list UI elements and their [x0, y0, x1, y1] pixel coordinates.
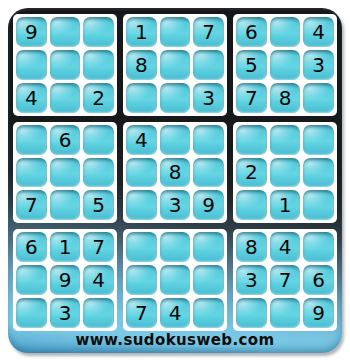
box-6: 21 [233, 122, 337, 224]
cell-r4c1[interactable] [16, 125, 47, 155]
cell-r6c5[interactable]: 3 [160, 190, 191, 220]
box-3: 645378 [233, 14, 337, 116]
cell-r4c5[interactable] [160, 125, 191, 155]
cell-r1c5[interactable] [160, 17, 191, 47]
cell-r3c8[interactable]: 8 [270, 83, 301, 113]
cell-r6c2[interactable] [50, 190, 81, 220]
cell-r8c7[interactable]: 3 [236, 265, 267, 295]
cell-r2c5[interactable] [160, 50, 191, 80]
cell-r2c8[interactable] [270, 50, 301, 80]
cell-r5c7[interactable]: 2 [236, 158, 267, 188]
cell-r6c7[interactable] [236, 190, 267, 220]
cell-r7c3[interactable]: 7 [83, 232, 114, 262]
cell-r4c9[interactable] [303, 125, 334, 155]
cell-r9c6[interactable] [193, 298, 224, 328]
cell-r4c6[interactable] [193, 125, 224, 155]
cell-r6c9[interactable] [303, 190, 334, 220]
cell-r1c9[interactable]: 4 [303, 17, 334, 47]
cell-r6c6[interactable]: 9 [193, 190, 224, 220]
cell-r4c4[interactable]: 4 [126, 125, 157, 155]
cell-r8c1[interactable] [16, 265, 47, 295]
cell-r1c8[interactable] [270, 17, 301, 47]
cell-r2c2[interactable] [50, 50, 81, 80]
cell-r1c1[interactable]: 9 [16, 17, 47, 47]
cell-r7c2[interactable]: 1 [50, 232, 81, 262]
cell-r7c8[interactable]: 4 [270, 232, 301, 262]
cell-r3c9[interactable] [303, 83, 334, 113]
cell-r9c1[interactable] [16, 298, 47, 328]
cell-r2c4[interactable]: 8 [126, 50, 157, 80]
cell-r7c9[interactable] [303, 232, 334, 262]
cell-r9c4[interactable]: 7 [126, 298, 157, 328]
site-link[interactable]: www.sudokusweb.com [8, 331, 342, 349]
cell-r2c1[interactable] [16, 50, 47, 80]
box-2: 1783 [123, 14, 227, 116]
cell-r7c6[interactable] [193, 232, 224, 262]
cell-r3c4[interactable] [126, 83, 157, 113]
cell-r4c8[interactable] [270, 125, 301, 155]
cell-r2c7[interactable]: 5 [236, 50, 267, 80]
cell-r9c2[interactable]: 3 [50, 298, 81, 328]
cell-r3c5[interactable] [160, 83, 191, 113]
cell-r9c9[interactable]: 9 [303, 298, 334, 328]
cell-r5c1[interactable] [16, 158, 47, 188]
cell-r5c6[interactable] [193, 158, 224, 188]
box-8: 74 [123, 229, 227, 331]
box-4: 675 [13, 122, 117, 224]
cell-r4c7[interactable] [236, 125, 267, 155]
cell-r1c3[interactable] [83, 17, 114, 47]
cell-r5c5[interactable]: 8 [160, 158, 191, 188]
cell-r1c4[interactable]: 1 [126, 17, 157, 47]
box-7: 617943 [13, 229, 117, 331]
cell-r6c4[interactable] [126, 190, 157, 220]
cell-r1c6[interactable]: 7 [193, 17, 224, 47]
cell-r2c3[interactable] [83, 50, 114, 80]
cell-r3c2[interactable] [50, 83, 81, 113]
cell-r2c9[interactable]: 3 [303, 50, 334, 80]
cell-r5c8[interactable] [270, 158, 301, 188]
cell-r9c3[interactable] [83, 298, 114, 328]
cell-r1c7[interactable]: 6 [236, 17, 267, 47]
cell-r9c5[interactable]: 4 [160, 298, 191, 328]
cell-r8c9[interactable]: 6 [303, 265, 334, 295]
cell-r6c8[interactable]: 1 [270, 190, 301, 220]
cell-r4c2[interactable]: 6 [50, 125, 81, 155]
cell-r7c5[interactable] [160, 232, 191, 262]
cell-r7c7[interactable]: 8 [236, 232, 267, 262]
cell-r8c2[interactable]: 9 [50, 265, 81, 295]
cell-r8c3[interactable]: 4 [83, 265, 114, 295]
box-1: 942 [13, 14, 117, 116]
cell-r8c6[interactable] [193, 265, 224, 295]
cell-r8c4[interactable] [126, 265, 157, 295]
cell-r8c8[interactable]: 7 [270, 265, 301, 295]
cell-r3c3[interactable]: 2 [83, 83, 114, 113]
sudoku-grid: 942178364537867548392161794374843769 [13, 14, 337, 331]
cell-r1c2[interactable] [50, 17, 81, 47]
cell-r9c7[interactable] [236, 298, 267, 328]
cell-r5c3[interactable] [83, 158, 114, 188]
cell-r3c6[interactable]: 3 [193, 83, 224, 113]
cell-r8c5[interactable] [160, 265, 191, 295]
cell-r6c3[interactable]: 5 [83, 190, 114, 220]
page: { "game": "sudoku", "position": "9001076… [0, 0, 350, 360]
cell-r4c3[interactable] [83, 125, 114, 155]
box-5: 4839 [123, 122, 227, 224]
cell-r5c9[interactable] [303, 158, 334, 188]
cell-r9c8[interactable] [270, 298, 301, 328]
sudoku-board: 942178364537867548392161794374843769 www… [8, 8, 342, 353]
cell-r7c4[interactable] [126, 232, 157, 262]
cell-r3c1[interactable]: 4 [16, 83, 47, 113]
cell-r7c1[interactable]: 6 [16, 232, 47, 262]
cell-r5c2[interactable] [50, 158, 81, 188]
box-9: 843769 [233, 229, 337, 331]
cell-r6c1[interactable]: 7 [16, 190, 47, 220]
cell-r2c6[interactable] [193, 50, 224, 80]
cell-r3c7[interactable]: 7 [236, 83, 267, 113]
cell-r5c4[interactable] [126, 158, 157, 188]
